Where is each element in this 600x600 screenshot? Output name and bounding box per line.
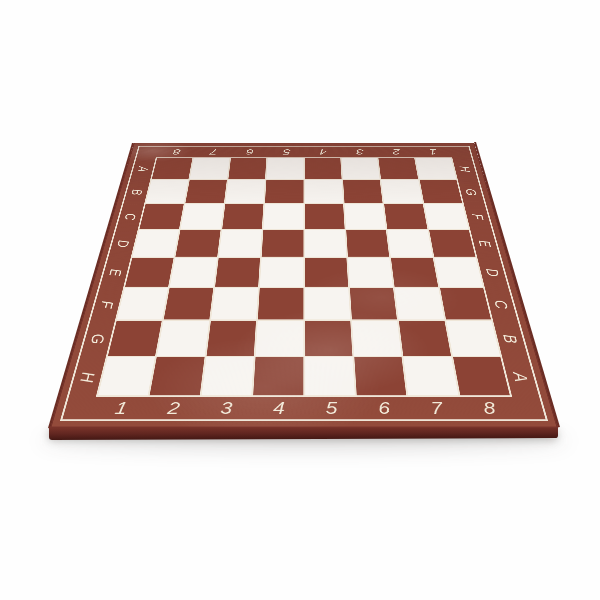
square-6F [350,288,397,320]
square-6D [346,230,389,257]
square-2H [150,357,205,395]
coordinate-top-7: 7 [194,147,232,158]
square-3E [215,258,260,287]
square-2E [170,258,217,287]
square-5H [305,357,355,395]
square-2G [157,321,209,356]
square-2A [190,158,229,179]
square-6C [345,204,386,229]
square-3A [228,158,266,179]
square-3H [202,357,254,395]
square-8C [424,204,468,229]
square-7A [379,158,418,179]
square-4D [262,230,303,257]
coordinate-bottom-1: 1 [92,397,149,419]
square-7F [395,288,444,320]
square-4H [253,357,303,395]
square-1B [146,180,189,203]
coordinate-top-2: 2 [377,147,415,158]
square-4G [256,321,303,356]
square-6H [354,357,406,395]
square-2C [181,204,224,229]
square-7H [404,357,459,395]
coordinate-bottom-2: 2 [145,397,201,419]
square-3B [225,180,265,203]
square-6B [343,180,383,203]
coordinate-bottom-6: 6 [357,397,412,419]
square-8E [434,258,483,287]
board-field [96,157,512,396]
coordinate-bottom-4: 4 [252,397,305,419]
square-2F [164,288,213,320]
square-8D [429,230,475,257]
square-2B [186,180,227,203]
square-1G [108,321,162,356]
square-1H [98,357,155,395]
square-5D [305,230,346,257]
square-7E [391,258,438,287]
coordinate-bottom-3: 3 [199,397,254,419]
square-5C [305,204,345,229]
square-1E [125,258,174,287]
square-6A [342,158,380,179]
chessboard: 87654321 12345678 ABCDEFGH HGFEDCBA [50,143,558,428]
coordinate-top-5: 5 [268,147,305,158]
square-5G [305,321,352,356]
coordinate-strip-top: 87654321 [157,147,452,158]
square-8H [453,357,510,395]
coordinate-top-8: 8 [157,147,196,158]
coordinate-bottom-8: 8 [461,397,519,419]
coordinate-bottom-5: 5 [305,397,358,419]
square-6G [352,321,402,356]
square-1D [133,230,179,257]
square-8F [440,288,491,320]
square-2D [176,230,221,257]
square-3C [222,204,263,229]
square-3D [219,230,262,257]
square-8A [415,158,456,179]
square-8G [446,321,500,356]
square-7D [388,230,433,257]
square-4F [258,288,303,320]
square-1F [117,288,168,320]
coordinate-top-6: 6 [231,147,269,158]
square-5A [305,158,342,179]
square-3F [211,288,258,320]
square-5F [305,288,350,320]
square-4B [265,180,303,203]
square-7C [384,204,427,229]
square-4C [263,204,303,229]
coordinate-top-4: 4 [305,147,342,158]
square-6E [348,258,393,287]
square-7B [381,180,422,203]
square-1C [139,204,183,229]
coordinate-bottom-7: 7 [409,397,465,419]
square-7G [399,321,451,356]
square-4A [266,158,303,179]
square-5E [305,258,348,287]
coordinate-top-1: 1 [414,147,453,158]
square-3G [206,321,256,356]
coordinate-top-3: 3 [341,147,379,158]
product-photo-scene: 87654321 12345678 ABCDEFGH HGFEDCBA [0,0,600,600]
coordinate-strip-bottom: 12345678 [92,397,518,419]
square-1A [152,158,193,179]
square-4E [260,258,303,287]
square-8B [420,180,463,203]
square-5B [305,180,343,203]
